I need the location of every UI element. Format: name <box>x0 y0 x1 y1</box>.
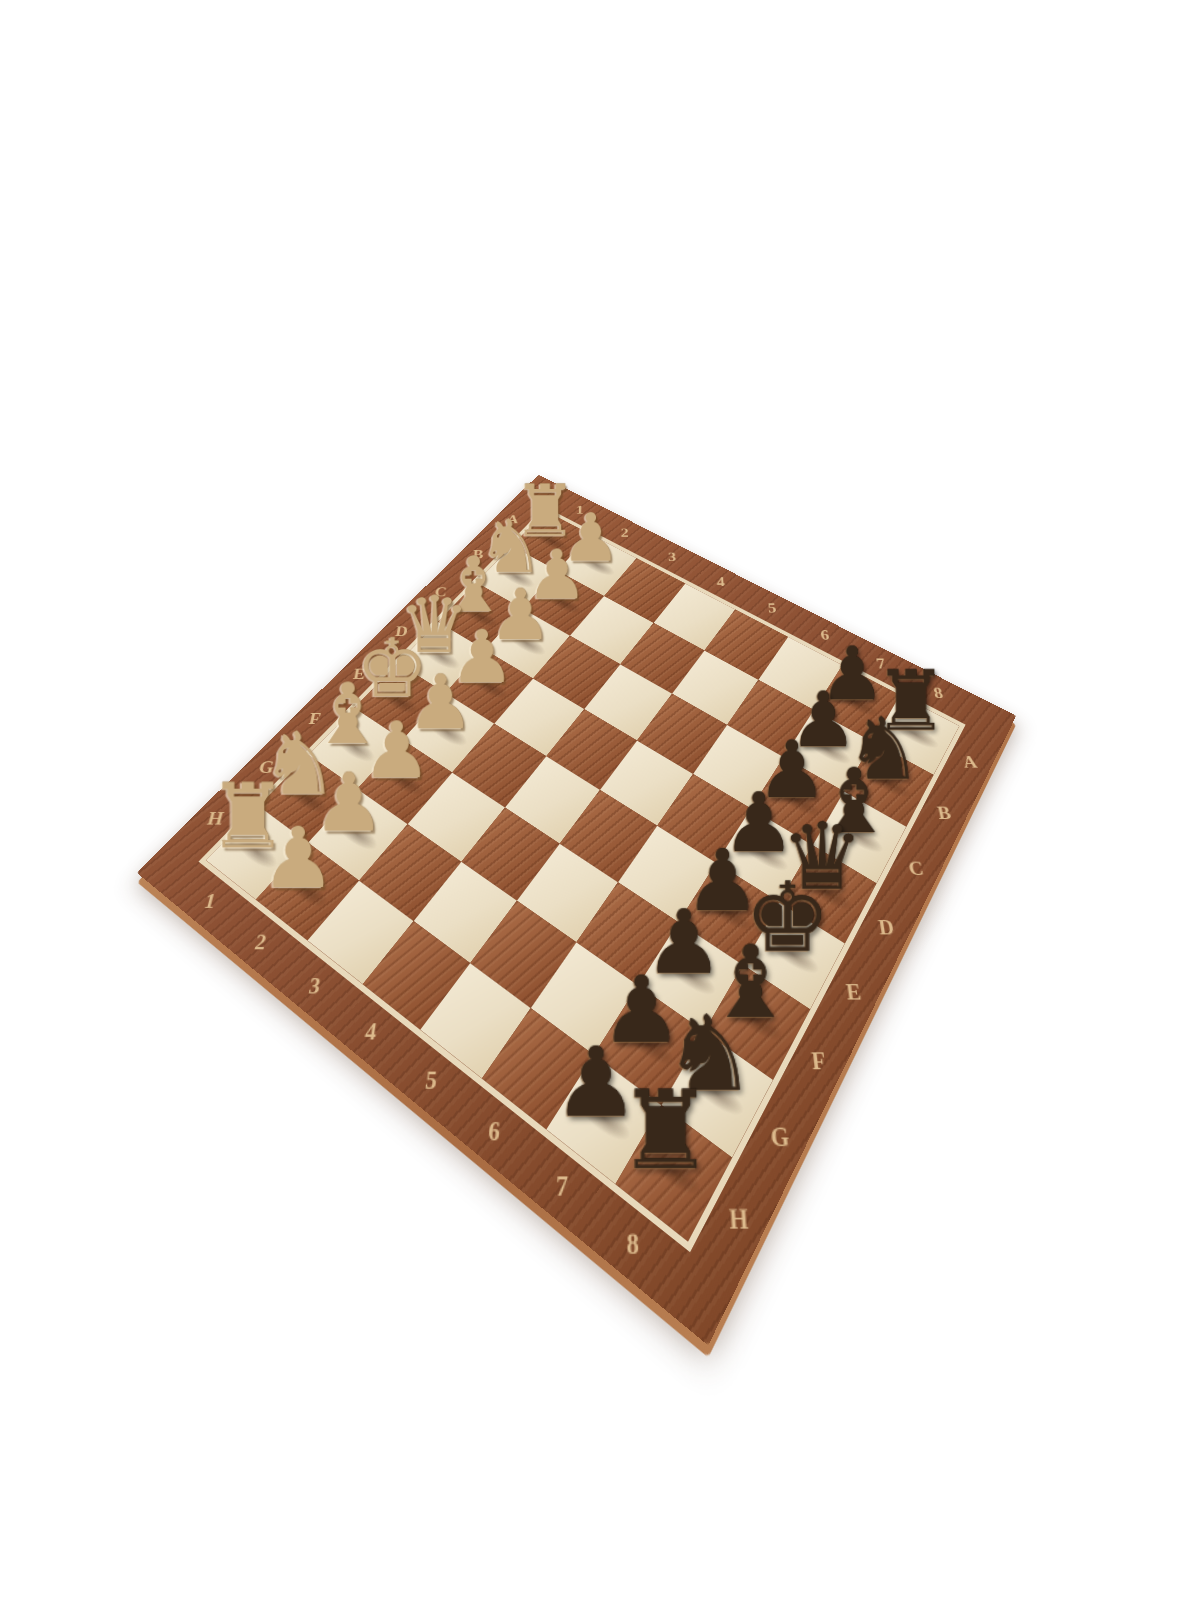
coord-rank-4-afile-edge: 4 <box>709 573 733 591</box>
coord-rank-3-afile-edge: 3 <box>661 549 684 566</box>
coord-rank-3-hfile-edge: 3 <box>297 971 332 1002</box>
board-top-face: 11AA22BB33CC44DD55EE66FF77GG88HH♜♟♞♟♝♟♛♟… <box>137 475 1017 1346</box>
coord-file-E-rank8-edge: E <box>837 977 871 1008</box>
coord-file-C-rank8-edge: C <box>900 855 932 882</box>
coord-rank-8-hfile-edge: 8 <box>616 1224 650 1265</box>
piece-black-rook: ♜ <box>577 1076 755 1185</box>
coord-rank-2-hfile-edge: 2 <box>243 928 278 957</box>
photo-scene: 11AA22BB33CC44DD55EE66FF77GG88HH♜♟♞♟♝♟♛♟… <box>0 0 1200 1600</box>
coord-rank-5-hfile-edge: 5 <box>413 1064 448 1098</box>
coord-file-F-rank8-edge: F <box>801 1045 836 1079</box>
coord-file-A-rank8-edge: A <box>955 751 986 774</box>
coord-file-G-rank8-edge: G <box>763 1119 798 1156</box>
coord-rank-5-afile-edge: 5 <box>760 599 785 617</box>
coord-file-B-rank8-edge: B <box>928 801 960 826</box>
coord-rank-1-hfile-edge: 1 <box>192 888 227 916</box>
coord-rank-7-hfile-edge: 7 <box>544 1167 578 1206</box>
coord-rank-4-hfile-edge: 4 <box>353 1016 388 1049</box>
chess-board: 11AA22BB33CC44DD55EE66FF77GG88HH♜♟♞♟♝♟♛♟… <box>137 475 1017 1346</box>
product-photo-page: { "game": "chess", "scene": { "descripti… <box>0 0 1200 1600</box>
piece-white-pawn: ♟ <box>223 816 374 900</box>
coord-file-H-rank8-edge: H <box>721 1200 757 1240</box>
coord-file-D-rank8-edge: D <box>870 914 903 943</box>
coord-rank-6-hfile-edge: 6 <box>477 1114 512 1150</box>
